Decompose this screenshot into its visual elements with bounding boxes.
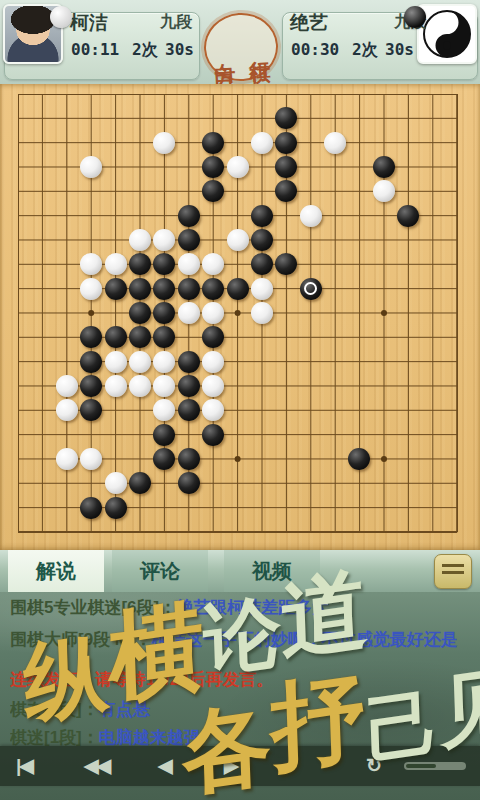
- black-stone-3-13: [80, 399, 102, 421]
- white-stone-2-12: [56, 375, 78, 397]
- player-periods-right: 2次: [352, 40, 378, 61]
- chat-message-1: 围棋5专业棋迷[6段]：绝艺跟柯洁差距多大: [10, 596, 476, 619]
- tab-comments[interactable]: 评论: [112, 550, 208, 592]
- white-stone-8-12: [202, 375, 224, 397]
- black-stone-11-4: [275, 180, 297, 202]
- white-stone-3-15: [80, 448, 102, 470]
- white-stone-4-7: [105, 253, 127, 275]
- white-stone-3-7: [80, 253, 102, 275]
- black-stone-15-3: [373, 156, 395, 178]
- white-stone-2-13: [56, 399, 78, 421]
- white-stone-8-11: [202, 351, 224, 373]
- chat-list-icon[interactable]: [434, 554, 472, 589]
- fast-rewind-button[interactable]: ◀◀: [84, 746, 109, 786]
- stones-grid: [6, 82, 469, 544]
- tabs-bar: 解说 评论 视频: [0, 550, 480, 592]
- white-stone-4-12: [105, 375, 127, 397]
- white-stone-10-2: [251, 132, 273, 154]
- white-stone-10-9: [251, 302, 273, 324]
- black-stone-14-15: [348, 448, 370, 470]
- player-byoyomi-right: 30s: [385, 40, 414, 59]
- black-stone-7-16: [178, 472, 200, 494]
- refresh-button[interactable]: ↻: [366, 746, 380, 786]
- white-stone-6-6: [153, 229, 175, 251]
- black-stone-3-10: [80, 326, 102, 348]
- black-stone-8-4: [202, 180, 224, 202]
- black-stone-5-10: [129, 326, 151, 348]
- player-clock-left: 00:11: [71, 40, 119, 59]
- white-stone-6-12: [153, 375, 175, 397]
- white-stone-10-8: [251, 278, 273, 300]
- move-slider[interactable]: [404, 762, 466, 770]
- white-stone-7-9: [178, 302, 200, 324]
- white-stone-4-16: [105, 472, 127, 494]
- step-forward-button[interactable]: ▶: [224, 746, 237, 786]
- black-stone-11-2: [275, 132, 297, 154]
- black-stone-5-8: [129, 278, 151, 300]
- black-stone-7-8: [178, 278, 200, 300]
- black-stone-7-15: [178, 448, 200, 470]
- player-byoyomi-left: 30s: [165, 40, 194, 59]
- black-stone-8-10: [202, 326, 224, 348]
- seal-text-col2: 行棋: [248, 43, 269, 48]
- chat-message-2: 围棋大师[9段 M]：柯洁这一手下的妙啊，不过感觉最好还是: [10, 628, 476, 651]
- black-stone-3-11: [80, 351, 102, 373]
- player-clock-right: 00:30: [291, 40, 339, 59]
- black-stone-4-10: [105, 326, 127, 348]
- white-stone-8-7: [202, 253, 224, 275]
- white-stone-6-2: [153, 132, 175, 154]
- black-stone-12-8: [300, 278, 322, 300]
- tab-video[interactable]: 视频: [224, 550, 320, 592]
- black-stone-3-12: [80, 375, 102, 397]
- chat-message-3: 连续发言，请等待15/20后再发言。: [10, 668, 476, 691]
- black-stone-10-5: [251, 205, 273, 227]
- black-stone-7-13: [178, 399, 200, 421]
- black-stone-6-15: [153, 448, 175, 470]
- player-periods-left: 2次: [132, 40, 158, 61]
- black-stone-7-12: [178, 375, 200, 397]
- white-stone-3-8: [80, 278, 102, 300]
- player-rank-left: 九段: [160, 12, 192, 33]
- player-name-right: 绝艺: [290, 10, 328, 36]
- go-board[interactable]: [0, 84, 480, 550]
- black-stone-4-17: [105, 497, 127, 519]
- black-stone-5-9: [129, 302, 151, 324]
- white-stone-9-6: [227, 229, 249, 251]
- playback-controls-bar: |◀◀◀◀▶↻: [0, 746, 480, 786]
- white-stone-13-2: [324, 132, 346, 154]
- black-stone-6-8: [153, 278, 175, 300]
- black-stone-4-8: [105, 278, 127, 300]
- black-stone-10-7: [251, 253, 273, 275]
- black-stone-6-10: [153, 326, 175, 348]
- black-stone-11-1: [275, 107, 297, 129]
- black-stone-5-7: [129, 253, 151, 275]
- white-stone-15-4: [373, 180, 395, 202]
- black-stone-6-9: [153, 302, 175, 324]
- black-stone-7-6: [178, 229, 200, 251]
- black-stone-7-11: [178, 351, 200, 373]
- black-stone-8-14: [202, 424, 224, 446]
- white-stone-12-5: [300, 205, 322, 227]
- white-stone-2-15: [56, 448, 78, 470]
- white-stone-5-12: [129, 375, 151, 397]
- seal-text-col1: 白方: [213, 45, 234, 50]
- step-back-button[interactable]: ◀: [158, 746, 171, 786]
- black-stone-6-7: [153, 253, 175, 275]
- white-stone-5-6: [129, 229, 151, 251]
- yinyang-icon: [422, 9, 472, 59]
- white-stone-6-11: [153, 351, 175, 373]
- white-stone-8-13: [202, 399, 224, 421]
- avatar-jueyi-yinyang[interactable]: [417, 4, 477, 64]
- black-stone-5-16: [129, 472, 151, 494]
- black-stone-8-2: [202, 132, 224, 154]
- black-stone-11-3: [275, 156, 297, 178]
- chat-message-4: 棋友[3段]：有点悬: [10, 698, 476, 721]
- white-stone-6-13: [153, 399, 175, 421]
- tab-commentary[interactable]: 解说: [8, 550, 104, 592]
- black-stone-7-5: [178, 205, 200, 227]
- white-stone-3-3: [80, 156, 102, 178]
- black-stone-9-8: [227, 278, 249, 300]
- white-stone-7-7: [178, 253, 200, 275]
- skip-to-start-button[interactable]: |◀: [16, 746, 32, 786]
- black-stone-16-5: [397, 205, 419, 227]
- white-stone-5-11: [129, 351, 151, 373]
- black-stone-badge: [404, 6, 426, 28]
- black-stone-8-3: [202, 156, 224, 178]
- black-stone-6-14: [153, 424, 175, 446]
- black-stone-8-8: [202, 278, 224, 300]
- white-stone-8-9: [202, 302, 224, 324]
- go-broadcast-app: 柯洁 九段 00:11 2次 30s 绝艺 九段 00:30 2次 30s 白方…: [0, 0, 480, 800]
- header: 柯洁 九段 00:11 2次 30s 绝艺 九段 00:30 2次 30s 白方…: [0, 0, 480, 84]
- player-name-left: 柯洁: [70, 10, 108, 36]
- white-stone-9-3: [227, 156, 249, 178]
- black-stone-3-17: [80, 497, 102, 519]
- turn-seal-white-to-move: 白方 行棋: [202, 11, 281, 84]
- white-stone-badge: [50, 6, 72, 28]
- white-stone-4-11: [105, 351, 127, 373]
- black-stone-11-7: [275, 253, 297, 275]
- black-stone-10-6: [251, 229, 273, 251]
